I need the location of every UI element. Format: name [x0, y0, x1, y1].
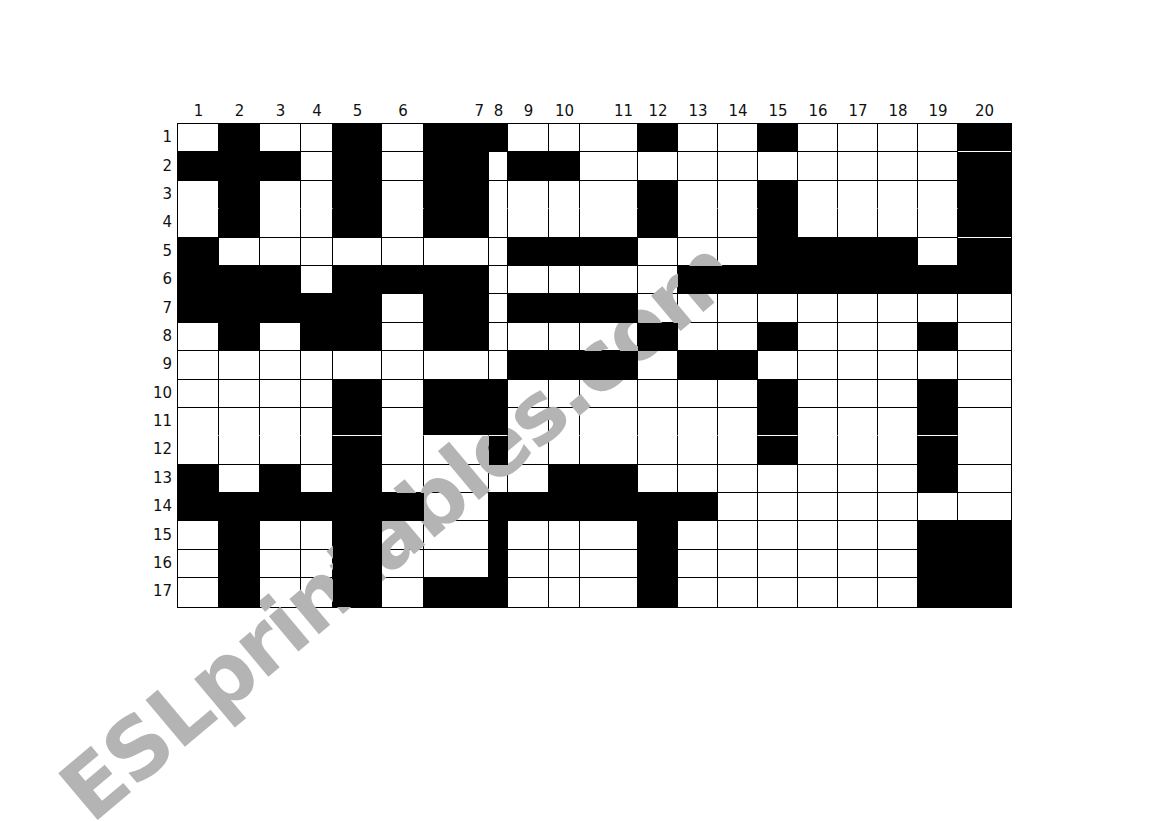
letter-cell[interactable]: [878, 550, 918, 578]
letter-cell[interactable]: [508, 436, 549, 464]
letter-cell[interactable]: [958, 493, 1011, 521]
letter-cell[interactable]: [301, 124, 333, 152]
blocked-cell: [219, 209, 260, 237]
letter-cell[interactable]: [219, 351, 260, 379]
letter-cell[interactable]: [718, 294, 758, 322]
blocked-cell: [508, 294, 549, 322]
letter-cell[interactable]: [798, 351, 838, 379]
blocked-cell: [333, 266, 382, 294]
letter-cell[interactable]: [549, 436, 580, 464]
letter-cell[interactable]: [549, 266, 580, 294]
letter-cell[interactable]: [678, 521, 718, 549]
letter-cell[interactable]: [878, 493, 918, 521]
letter-cell[interactable]: [878, 465, 918, 493]
letter-cell[interactable]: [838, 578, 878, 606]
letter-cell[interactable]: [489, 238, 508, 266]
letter-cell[interactable]: [678, 578, 718, 606]
letter-cell[interactable]: [301, 521, 333, 549]
column-label: 5: [333, 96, 382, 120]
letter-cell[interactable]: [718, 380, 758, 408]
letter-cell[interactable]: [382, 408, 424, 436]
column-label: 3: [260, 96, 301, 120]
letter-cell[interactable]: [758, 465, 798, 493]
letter-cell[interactable]: [878, 578, 918, 606]
letter-cell[interactable]: [838, 521, 878, 549]
letter-cell[interactable]: [878, 294, 918, 322]
row-label: 10: [132, 379, 172, 407]
blocked-cell: [958, 152, 1011, 180]
letter-cell[interactable]: [958, 351, 1011, 379]
letter-cell[interactable]: [508, 266, 549, 294]
letter-cell[interactable]: [798, 493, 838, 521]
letter-cell[interactable]: [918, 294, 958, 322]
letter-cell[interactable]: [918, 209, 958, 237]
letter-cell[interactable]: [838, 152, 878, 180]
blocked-cell: [878, 266, 918, 294]
letter-cell[interactable]: [382, 351, 424, 379]
blocked-cell: [758, 124, 798, 152]
letter-cell[interactable]: [838, 493, 878, 521]
blocked-cell: [918, 323, 958, 351]
letter-cell[interactable]: [508, 323, 549, 351]
row-label: 12: [132, 435, 172, 463]
letter-cell[interactable]: [838, 323, 878, 351]
blocked-cell: [333, 465, 382, 493]
letter-cell[interactable]: [580, 152, 638, 180]
letter-cell[interactable]: [301, 266, 333, 294]
letter-cell[interactable]: [178, 124, 219, 152]
blocked-cell: [301, 294, 333, 322]
row-labels: 1234567891011121314151617: [132, 123, 172, 606]
blocked-cell: [219, 493, 260, 521]
letter-cell[interactable]: [918, 238, 958, 266]
letter-cell[interactable]: [178, 181, 219, 209]
letter-cell[interactable]: [638, 294, 678, 322]
blocked-cell: [260, 266, 301, 294]
letter-cell[interactable]: [424, 465, 489, 493]
letter-cell[interactable]: [678, 238, 718, 266]
letter-cell[interactable]: [718, 124, 758, 152]
blocked-cell: [918, 521, 958, 549]
blocked-cell: [219, 181, 260, 209]
blocked-cell: [333, 436, 382, 464]
blocked-cell: [219, 323, 260, 351]
letter-cell[interactable]: [758, 493, 798, 521]
blocked-cell: [178, 238, 219, 266]
blocked-cell: [549, 238, 580, 266]
column-label: 13: [678, 96, 718, 120]
letter-cell[interactable]: [958, 323, 1011, 351]
blocked-cell: [178, 152, 219, 180]
letter-cell[interactable]: [798, 209, 838, 237]
letter-cell[interactable]: [301, 408, 333, 436]
blocked-cell: [580, 493, 638, 521]
blocked-cell: [260, 493, 301, 521]
letter-cell[interactable]: [878, 436, 918, 464]
letter-cell[interactable]: [508, 578, 549, 606]
letter-cell[interactable]: [918, 493, 958, 521]
letter-cell[interactable]: [301, 578, 333, 606]
letter-cell[interactable]: [838, 181, 878, 209]
letter-cell[interactable]: [758, 521, 798, 549]
row-label: 3: [132, 180, 172, 208]
letter-cell[interactable]: [424, 351, 489, 379]
letter-cell[interactable]: [758, 152, 798, 180]
letter-cell[interactable]: [424, 436, 489, 464]
letter-cell[interactable]: [878, 209, 918, 237]
letter-cell[interactable]: [798, 436, 838, 464]
letter-cell[interactable]: [838, 351, 878, 379]
letter-cell[interactable]: [958, 408, 1011, 436]
letter-cell[interactable]: [508, 465, 549, 493]
blocked-cell: [718, 266, 758, 294]
letter-cell[interactable]: [878, 152, 918, 180]
column-label: 7: [424, 96, 489, 120]
letter-cell[interactable]: [219, 380, 260, 408]
letter-cell[interactable]: [260, 181, 301, 209]
letter-cell[interactable]: [580, 521, 638, 549]
letter-cell[interactable]: [718, 408, 758, 436]
letter-cell[interactable]: [301, 209, 333, 237]
letter-cell[interactable]: [489, 294, 508, 322]
letter-cell[interactable]: [382, 181, 424, 209]
letter-cell[interactable]: [958, 294, 1011, 322]
blocked-cell: [758, 436, 798, 464]
letter-cell[interactable]: [580, 550, 638, 578]
row-label: 2: [132, 151, 172, 179]
letter-cell[interactable]: [260, 238, 301, 266]
letter-cell[interactable]: [918, 124, 958, 152]
blocked-cell: [424, 152, 489, 180]
letter-cell[interactable]: [219, 238, 260, 266]
letter-cell[interactable]: [798, 181, 838, 209]
letter-cell[interactable]: [508, 521, 549, 549]
letter-cell[interactable]: [878, 351, 918, 379]
row-label: 4: [132, 208, 172, 236]
blocked-cell: [382, 266, 424, 294]
letter-cell[interactable]: [638, 380, 678, 408]
blocked-cell: [758, 380, 798, 408]
letter-cell[interactable]: [489, 465, 508, 493]
blocked-cell: [549, 152, 580, 180]
letter-cell[interactable]: [178, 408, 219, 436]
letter-cell[interactable]: [333, 238, 382, 266]
letter-cell[interactable]: [798, 124, 838, 152]
letter-cell[interactable]: [549, 521, 580, 549]
letter-cell[interactable]: [878, 408, 918, 436]
letter-cell[interactable]: [918, 152, 958, 180]
letter-cell[interactable]: [508, 408, 549, 436]
letter-cell[interactable]: [382, 578, 424, 606]
letter-cell[interactable]: [838, 436, 878, 464]
letter-cell[interactable]: [489, 181, 508, 209]
blocked-cell: [638, 550, 678, 578]
letter-cell[interactable]: [508, 181, 549, 209]
letter-cell[interactable]: [178, 323, 219, 351]
letter-cell[interactable]: [424, 521, 489, 549]
letter-cell[interactable]: [580, 323, 638, 351]
column-label: 16: [798, 96, 838, 120]
letter-cell[interactable]: [958, 436, 1011, 464]
letter-cell[interactable]: [301, 238, 333, 266]
blocked-cell: [489, 380, 508, 408]
letter-cell[interactable]: [678, 181, 718, 209]
blocked-cell: [508, 152, 549, 180]
letter-cell[interactable]: [678, 550, 718, 578]
letter-cell[interactable]: [758, 550, 798, 578]
letter-cell[interactable]: [638, 152, 678, 180]
letter-cell[interactable]: [219, 465, 260, 493]
letter-cell[interactable]: [878, 521, 918, 549]
letter-cell[interactable]: [718, 550, 758, 578]
column-label: 14: [718, 96, 758, 120]
letter-cell[interactable]: [798, 323, 838, 351]
letter-cell[interactable]: [301, 380, 333, 408]
letter-cell[interactable]: [508, 380, 549, 408]
letter-cell[interactable]: [178, 209, 219, 237]
blocked-cell: [333, 152, 382, 180]
letter-cell[interactable]: [301, 181, 333, 209]
letter-cell[interactable]: [638, 351, 678, 379]
letter-cell[interactable]: [260, 351, 301, 379]
letter-cell[interactable]: [382, 465, 424, 493]
column-label: 18: [878, 96, 918, 120]
letter-cell[interactable]: [638, 408, 678, 436]
letter-cell[interactable]: [382, 521, 424, 549]
letter-cell[interactable]: [798, 152, 838, 180]
letter-cell[interactable]: [878, 380, 918, 408]
letter-cell[interactable]: [718, 493, 758, 521]
blocked-cell: [424, 380, 489, 408]
letter-cell[interactable]: [918, 181, 958, 209]
row-label: 13: [132, 464, 172, 492]
letter-cell[interactable]: [718, 436, 758, 464]
letter-cell[interactable]: [382, 209, 424, 237]
letter-cell[interactable]: [260, 550, 301, 578]
letter-cell[interactable]: [424, 493, 489, 521]
letter-cell[interactable]: [382, 152, 424, 180]
letter-cell[interactable]: [958, 465, 1011, 493]
letter-cell[interactable]: [508, 550, 549, 578]
column-label: 1: [178, 96, 219, 120]
letter-cell[interactable]: [580, 181, 638, 209]
letter-cell[interactable]: [878, 124, 918, 152]
letter-cell[interactable]: [718, 521, 758, 549]
letter-cell[interactable]: [580, 209, 638, 237]
blocked-cell: [260, 294, 301, 322]
letter-cell[interactable]: [758, 351, 798, 379]
letter-cell[interactable]: [489, 323, 508, 351]
blocked-cell: [508, 238, 549, 266]
letter-cell[interactable]: [549, 323, 580, 351]
letter-cell[interactable]: [838, 465, 878, 493]
letter-cell[interactable]: [678, 209, 718, 237]
letter-cell[interactable]: [382, 238, 424, 266]
letter-cell[interactable]: [178, 351, 219, 379]
letter-cell[interactable]: [301, 351, 333, 379]
blocked-cell: [489, 124, 508, 152]
blocked-cell: [333, 294, 382, 322]
blocked-cell: [918, 550, 958, 578]
letter-cell[interactable]: [678, 436, 718, 464]
column-label: 4: [301, 96, 333, 120]
letter-cell[interactable]: [838, 209, 878, 237]
blocked-cell: [219, 266, 260, 294]
letter-cell[interactable]: [260, 124, 301, 152]
letter-cell[interactable]: [260, 578, 301, 606]
letter-cell[interactable]: [758, 578, 798, 606]
letter-cell[interactable]: [798, 408, 838, 436]
letter-cell[interactable]: [382, 550, 424, 578]
row-label: 1: [132, 123, 172, 151]
letter-cell[interactable]: [798, 521, 838, 549]
letter-cell[interactable]: [260, 323, 301, 351]
letter-cell[interactable]: [382, 323, 424, 351]
letter-cell[interactable]: [798, 550, 838, 578]
blocked-cell: [918, 380, 958, 408]
letter-cell[interactable]: [878, 323, 918, 351]
letter-cell[interactable]: [678, 323, 718, 351]
letter-cell[interactable]: [260, 408, 301, 436]
blocked-cell: [718, 351, 758, 379]
blocked-cell: [549, 465, 580, 493]
letter-cell[interactable]: [838, 380, 878, 408]
blocked-cell: [549, 493, 580, 521]
blocked-cell: [424, 266, 489, 294]
letter-cell[interactable]: [489, 266, 508, 294]
letter-cell[interactable]: [489, 152, 508, 180]
letter-cell[interactable]: [549, 380, 580, 408]
letter-cell[interactable]: [580, 408, 638, 436]
letter-cell[interactable]: [489, 351, 508, 379]
row-label: 6: [132, 265, 172, 293]
letter-cell[interactable]: [718, 465, 758, 493]
letter-cell[interactable]: [580, 436, 638, 464]
letter-cell[interactable]: [219, 436, 260, 464]
letter-cell[interactable]: [333, 351, 382, 379]
letter-cell[interactable]: [638, 266, 678, 294]
letter-cell[interactable]: [549, 578, 580, 606]
column-label: 12: [638, 96, 678, 120]
row-label: 11: [132, 407, 172, 435]
letter-cell[interactable]: [549, 550, 580, 578]
letter-cell[interactable]: [718, 152, 758, 180]
letter-cell[interactable]: [838, 294, 878, 322]
letter-cell[interactable]: [678, 408, 718, 436]
letter-cell[interactable]: [260, 521, 301, 549]
letter-cell[interactable]: [638, 238, 678, 266]
letter-cell[interactable]: [178, 550, 219, 578]
letter-cell[interactable]: [219, 408, 260, 436]
letter-cell[interactable]: [301, 152, 333, 180]
letter-cell[interactable]: [549, 408, 580, 436]
blocked-cell: [958, 238, 1011, 266]
letter-cell[interactable]: [918, 351, 958, 379]
letter-cell[interactable]: [382, 124, 424, 152]
letter-cell[interactable]: [424, 550, 489, 578]
letter-cell[interactable]: [260, 209, 301, 237]
letter-cell[interactable]: [718, 181, 758, 209]
letter-cell[interactable]: [260, 436, 301, 464]
blocked-cell: [580, 351, 638, 379]
letter-cell[interactable]: [678, 380, 718, 408]
blocked-cell: [958, 209, 1011, 237]
blocked-cell: [638, 493, 678, 521]
column-label: 8: [489, 96, 508, 120]
letter-cell[interactable]: [580, 578, 638, 606]
letter-cell[interactable]: [678, 294, 718, 322]
letter-cell[interactable]: [758, 294, 798, 322]
letter-cell[interactable]: [678, 124, 718, 152]
letter-cell[interactable]: [638, 465, 678, 493]
letter-cell[interactable]: [489, 209, 508, 237]
letter-cell[interactable]: [838, 124, 878, 152]
letter-cell[interactable]: [178, 380, 219, 408]
letter-cell[interactable]: [580, 124, 638, 152]
blocked-cell: [178, 294, 219, 322]
letter-cell[interactable]: [678, 465, 718, 493]
letter-cell[interactable]: [678, 152, 718, 180]
letter-cell[interactable]: [549, 209, 580, 237]
letter-cell[interactable]: [838, 408, 878, 436]
blocked-cell: [918, 578, 958, 606]
letter-cell[interactable]: [178, 578, 219, 606]
blocked-cell: [424, 408, 489, 436]
letter-cell[interactable]: [798, 380, 838, 408]
blocked-cell: [918, 266, 958, 294]
letter-cell[interactable]: [580, 266, 638, 294]
blocked-cell: [508, 351, 549, 379]
letter-cell[interactable]: [958, 380, 1011, 408]
letter-cell[interactable]: [549, 181, 580, 209]
letter-cell[interactable]: [718, 323, 758, 351]
letter-cell[interactable]: [382, 380, 424, 408]
letter-cell[interactable]: [382, 436, 424, 464]
letter-cell[interactable]: [508, 209, 549, 237]
letter-cell[interactable]: [508, 124, 549, 152]
blocked-cell: [333, 124, 382, 152]
blocked-cell: [260, 465, 301, 493]
letter-cell[interactable]: [798, 294, 838, 322]
column-label: 11: [580, 96, 638, 120]
blocked-cell: [333, 380, 382, 408]
blocked-cell: [758, 408, 798, 436]
letter-cell[interactable]: [718, 238, 758, 266]
letter-cell[interactable]: [382, 294, 424, 322]
letter-cell[interactable]: [178, 521, 219, 549]
letter-cell[interactable]: [878, 181, 918, 209]
blocked-cell: [838, 238, 878, 266]
letter-cell[interactable]: [638, 436, 678, 464]
letter-cell[interactable]: [580, 380, 638, 408]
letter-cell[interactable]: [301, 465, 333, 493]
letter-cell[interactable]: [549, 124, 580, 152]
letter-cell[interactable]: [838, 550, 878, 578]
letter-cell[interactable]: [424, 238, 489, 266]
letter-cell[interactable]: [798, 578, 838, 606]
worksheet-page: ESLprintables.com 1234567891011121314151…: [0, 0, 1169, 821]
letter-cell[interactable]: [178, 436, 219, 464]
letter-cell[interactable]: [260, 380, 301, 408]
blocked-cell: [219, 294, 260, 322]
letter-cell[interactable]: [718, 209, 758, 237]
letter-cell[interactable]: [718, 578, 758, 606]
letter-cell[interactable]: [301, 436, 333, 464]
blocked-cell: [424, 181, 489, 209]
letter-cell[interactable]: [798, 465, 838, 493]
letter-cell[interactable]: [301, 550, 333, 578]
row-label: 15: [132, 520, 172, 548]
